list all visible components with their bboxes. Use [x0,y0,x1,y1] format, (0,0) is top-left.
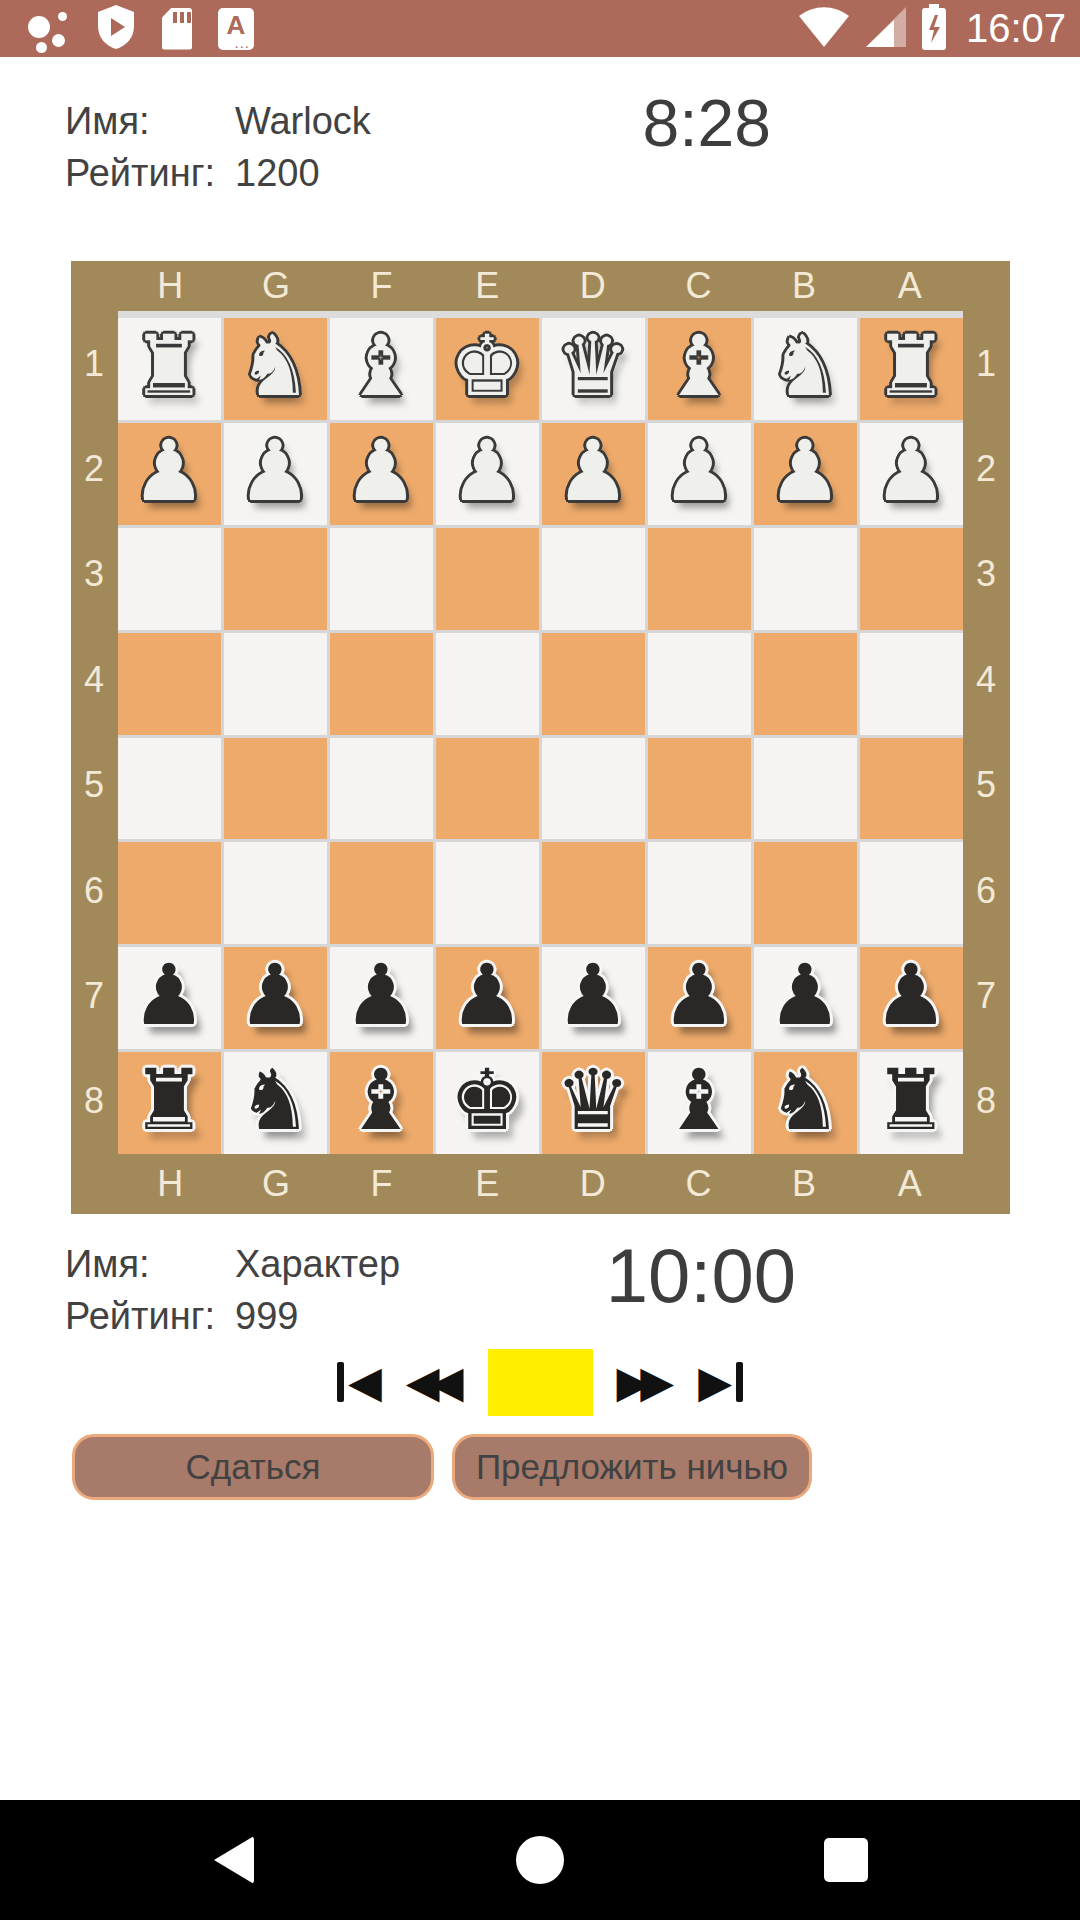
file-label-g: G [223,1154,329,1214]
square-h3[interactable] [118,528,221,630]
opponent-name: Warlock [235,100,371,143]
file-label-b: B [751,261,857,311]
white-king: ♚ [449,324,524,408]
offer-draw-button[interactable]: Предложить ничью [452,1434,812,1500]
square-g3[interactable] [224,528,327,630]
square-f3[interactable] [330,528,433,630]
current-move-button[interactable] [488,1349,593,1416]
square-e3[interactable] [436,528,539,630]
assistant-dots-icon [24,6,70,52]
rewind-icon: ◀◀ [406,1360,464,1404]
white-rook: ♜ [131,324,206,408]
player-info: Имя: Характер Рейтинг: 999 10:00 [0,1214,1080,1342]
square-c4[interactable] [648,633,751,735]
square-g4[interactable] [224,633,327,735]
white-pawn: ♟ [661,429,736,513]
white-rook: ♜ [873,324,948,408]
square-a4[interactable] [860,633,963,735]
square-h7[interactable]: ♟ [118,947,221,1049]
opponent-clock: 8:28 [643,85,771,161]
square-a3[interactable] [860,528,963,630]
file-label-e: E [434,1154,540,1214]
file-label-f: F [329,261,435,311]
move-controls: ◀ ◀◀ ▶▶ ▶ [0,1348,1080,1416]
rank-label-3: 3 [71,522,118,627]
square-c5[interactable] [648,738,751,840]
square-d7[interactable]: ♟ [542,947,645,1049]
square-a5[interactable] [860,738,963,840]
square-b5[interactable] [754,738,857,840]
square-c2[interactable]: ♟ [648,423,751,525]
white-pawn: ♟ [555,429,630,513]
battery-charging-icon [920,3,948,55]
square-h1[interactable]: ♜ [118,318,221,420]
black-bishop: ♝ [343,1058,418,1142]
skip-to-end-button[interactable]: ▶ [698,1360,743,1404]
square-h2[interactable]: ♟ [118,423,221,525]
file-label-h: H [118,1154,224,1214]
file-label-a: A [857,1154,963,1214]
square-a8[interactable]: ♜ [860,1052,963,1154]
white-pawn: ♟ [873,429,948,513]
sd-card-icon [162,8,192,50]
skip-to-end-icon: ▶ [698,1360,732,1404]
square-f8[interactable]: ♝ [330,1052,433,1154]
file-label-c: C [646,261,752,311]
rank-label-3: 3 [963,522,1010,627]
square-d4[interactable] [542,633,645,735]
square-d6[interactable] [542,842,645,944]
square-g1[interactable]: ♞ [224,318,327,420]
square-a2[interactable]: ♟ [860,423,963,525]
opponent-rating: 1200 [235,152,320,195]
black-queen: ♛ [555,1058,630,1142]
opponent-rating-label: Рейтинг: [65,152,235,195]
rank-label-1: 1 [963,311,1010,416]
black-pawn: ♟ [661,953,736,1037]
file-label-d: D [540,1154,646,1214]
square-b7[interactable]: ♟ [754,947,857,1049]
black-rook: ♜ [873,1058,948,1142]
rank-label-8: 8 [71,1049,118,1154]
white-knight: ♞ [767,324,842,408]
play-protect-shield-icon [96,4,136,54]
square-d8[interactable]: ♛ [542,1052,645,1154]
square-b3[interactable] [754,528,857,630]
rank-labels-right: 12345678 [963,311,1010,1154]
white-bishop: ♝ [661,324,736,408]
square-b1[interactable]: ♞ [754,318,857,420]
file-label-e: E [434,261,540,311]
file-label-h: H [118,261,224,311]
rank-label-4: 4 [963,627,1010,732]
fast-forward-icon: ▶▶ [617,1360,675,1404]
square-a6[interactable] [860,842,963,944]
rank-label-1: 1 [71,311,118,416]
square-e4[interactable] [436,633,539,735]
file-label-a: A [857,261,963,311]
square-f4[interactable] [330,633,433,735]
player-rating-label: Рейтинг: [65,1295,235,1338]
black-pawn: ♟ [237,953,312,1037]
black-pawn: ♟ [767,953,842,1037]
nav-home-button[interactable] [516,1836,564,1884]
black-pawn: ♟ [873,953,948,1037]
rank-labels-left: 12345678 [71,311,118,1154]
status-bar: A... 16:07 [0,0,1080,57]
rank-label-5: 5 [71,733,118,838]
resign-button[interactable]: Сдаться [72,1434,434,1500]
black-pawn: ♟ [555,953,630,1037]
square-b4[interactable] [754,633,857,735]
rank-label-7: 7 [963,943,1010,1048]
square-g6[interactable] [224,842,327,944]
rewind-button[interactable]: ◀◀ [406,1360,464,1404]
square-d5[interactable] [542,738,645,840]
black-pawn: ♟ [131,953,206,1037]
fast-forward-button[interactable]: ▶▶ [617,1360,675,1404]
file-label-c: C [646,1154,752,1214]
square-f1[interactable]: ♝ [330,318,433,420]
square-g8[interactable]: ♞ [224,1052,327,1154]
square-e5[interactable] [436,738,539,840]
action-buttons: Сдаться Предложить ничью [0,1434,1080,1500]
black-knight: ♞ [767,1058,842,1142]
rank-label-8: 8 [963,1049,1010,1154]
rank-label-2: 2 [963,416,1010,521]
black-king: ♚ [449,1058,524,1142]
square-h4[interactable] [118,633,221,735]
black-knight: ♞ [237,1058,312,1142]
skip-to-start-button[interactable]: ◀ [337,1360,382,1404]
rank-label-6: 6 [71,838,118,943]
square-c3[interactable] [648,528,751,630]
square-b8[interactable]: ♞ [754,1052,857,1154]
square-f5[interactable] [330,738,433,840]
white-bishop: ♝ [343,324,418,408]
white-pawn: ♟ [767,429,842,513]
board-squares: ♜♞♝♚♛♝♞♜♟♟♟♟♟♟♟♟♟♟♟♟♟♟♟♟♜♞♝♚♛♝♞♜ [118,311,963,1154]
white-queen: ♛ [555,324,630,408]
square-a7[interactable]: ♟ [860,947,963,1049]
opponent-name-label: Имя: [65,100,235,143]
square-e1[interactable]: ♚ [436,318,539,420]
square-g2[interactable]: ♟ [224,423,327,525]
status-time: 16:07 [966,0,1066,57]
square-e8[interactable]: ♚ [436,1052,539,1154]
file-label-d: D [540,261,646,311]
square-g7[interactable]: ♟ [224,947,327,1049]
player-name-label: Имя: [65,1243,235,1286]
android-nav-bar [0,1800,1080,1920]
file-label-f: F [329,1154,435,1214]
square-b2[interactable]: ♟ [754,423,857,525]
square-g5[interactable] [224,738,327,840]
file-label-g: G [223,261,329,311]
chess-board: HGFEDCBA 12345678 ♜♞♝♚♛♝♞♜♟♟♟♟♟♟♟♟♟♟♟♟♟♟… [71,261,1010,1214]
square-f2[interactable]: ♟ [330,423,433,525]
opponent-info: Имя: Warlock Рейтинг: 1200 8:28 [0,57,1080,199]
square-h8[interactable]: ♜ [118,1052,221,1154]
file-label-b: B [751,1154,857,1214]
square-c8[interactable]: ♝ [648,1052,751,1154]
square-e7[interactable]: ♟ [436,947,539,1049]
white-knight: ♞ [237,324,312,408]
file-labels-bottom: HGFEDCBA [118,1154,963,1214]
nav-back-button[interactable] [214,1836,254,1884]
white-pawn: ♟ [449,429,524,513]
square-h5[interactable] [118,738,221,840]
player-clock: 10:00 [606,1232,796,1319]
square-f6[interactable] [330,842,433,944]
player-rating: 999 [235,1295,298,1338]
rank-label-7: 7 [71,943,118,1048]
square-e2[interactable]: ♟ [436,423,539,525]
square-e6[interactable] [436,842,539,944]
square-a1[interactable]: ♜ [860,318,963,420]
black-rook: ♜ [131,1058,206,1142]
square-h6[interactable] [118,842,221,944]
signal-icon [864,5,908,53]
white-pawn: ♟ [237,429,312,513]
rank-label-4: 4 [71,627,118,732]
square-d3[interactable] [542,528,645,630]
nav-recents-button[interactable] [824,1838,868,1882]
rank-label-5: 5 [963,733,1010,838]
square-d2[interactable]: ♟ [542,423,645,525]
square-c1[interactable]: ♝ [648,318,751,420]
square-b6[interactable] [754,842,857,944]
white-pawn: ♟ [343,429,418,513]
square-d1[interactable]: ♛ [542,318,645,420]
square-c6[interactable] [648,842,751,944]
app-screen: A... 16:07 Имя: Warlock Рейтинг: 1200 8:… [0,0,1080,1920]
square-c7[interactable]: ♟ [648,947,751,1049]
black-pawn: ♟ [449,953,524,1037]
skip-to-start-icon: ◀ [348,1360,382,1404]
square-f7[interactable]: ♟ [330,947,433,1049]
black-pawn: ♟ [343,953,418,1037]
file-labels-top: HGFEDCBA [118,261,963,311]
rank-label-6: 6 [963,838,1010,943]
player-name: Характер [235,1243,400,1286]
black-bishop: ♝ [661,1058,736,1142]
wifi-icon [796,5,852,53]
translate-icon: A... [218,8,254,50]
rank-label-2: 2 [71,416,118,521]
white-pawn: ♟ [131,429,206,513]
